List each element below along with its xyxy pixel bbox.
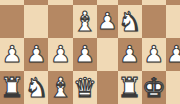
square-d3[interactable]: ♝ bbox=[73, 5, 97, 38]
white-rook-piece[interactable]: ♜ bbox=[0, 71, 24, 104]
square-g1[interactable]: ♚ bbox=[142, 71, 166, 104]
square-e2[interactable] bbox=[97, 38, 118, 71]
square-a2[interactable]: ♟ bbox=[0, 38, 24, 71]
square-c1[interactable]: ♝ bbox=[48, 71, 72, 104]
square-h3[interactable] bbox=[166, 5, 180, 38]
square-b3[interactable] bbox=[24, 5, 48, 38]
white-king-piece[interactable]: ♚ bbox=[142, 71, 166, 104]
square-e3[interactable]: ♟ bbox=[97, 5, 118, 38]
chess-board: ♝♟♞♟♟♟♟♟♟♟♜♞♝♛♜♚ bbox=[0, 0, 180, 104]
square-d2[interactable]: ♟ bbox=[73, 38, 97, 71]
white-pawn-piece[interactable]: ♟ bbox=[74, 38, 95, 71]
square-a3[interactable] bbox=[0, 5, 24, 38]
white-pawn-piece[interactable]: ♟ bbox=[2, 38, 23, 71]
square-b2[interactable]: ♟ bbox=[24, 38, 48, 71]
white-pawn-piece[interactable]: ♟ bbox=[50, 38, 71, 71]
square-f3[interactable]: ♞ bbox=[118, 5, 142, 38]
white-knight-piece[interactable]: ♞ bbox=[118, 5, 142, 38]
white-bishop-piece[interactable]: ♝ bbox=[48, 71, 72, 104]
white-queen-piece[interactable]: ♛ bbox=[73, 71, 97, 104]
square-b1[interactable]: ♞ bbox=[24, 71, 48, 104]
square-g3[interactable] bbox=[142, 5, 166, 38]
square-h2[interactable]: ♟ bbox=[166, 38, 180, 71]
square-c3[interactable] bbox=[48, 5, 72, 38]
white-pawn-piece[interactable]: ♟ bbox=[97, 5, 118, 38]
square-g2[interactable]: ♟ bbox=[142, 38, 166, 71]
white-rook-piece[interactable]: ♜ bbox=[118, 71, 142, 104]
square-c2[interactable]: ♟ bbox=[48, 38, 72, 71]
white-pawn-piece[interactable]: ♟ bbox=[26, 38, 47, 71]
white-pawn-piece[interactable]: ♟ bbox=[119, 38, 140, 71]
square-d1[interactable]: ♛ bbox=[73, 71, 97, 104]
white-pawn-piece[interactable]: ♟ bbox=[166, 38, 180, 71]
white-pawn-piece[interactable]: ♟ bbox=[144, 38, 165, 71]
square-f1[interactable]: ♜ bbox=[118, 71, 142, 104]
white-bishop-piece[interactable]: ♝ bbox=[73, 5, 97, 38]
square-f2[interactable]: ♟ bbox=[118, 38, 142, 71]
square-e1[interactable] bbox=[97, 71, 118, 104]
white-knight-piece[interactable]: ♞ bbox=[24, 71, 48, 104]
square-h1[interactable] bbox=[166, 71, 180, 104]
square-a1[interactable]: ♜ bbox=[0, 71, 24, 104]
